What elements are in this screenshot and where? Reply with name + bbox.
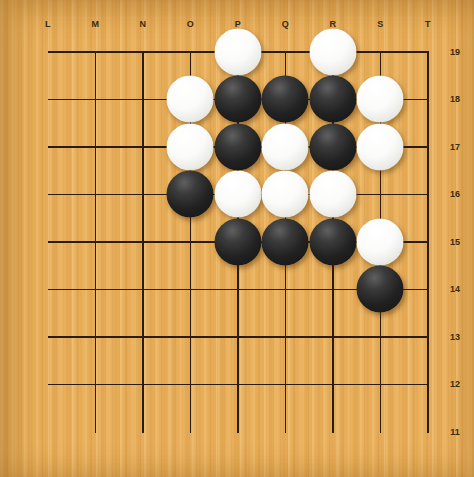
grid-line-horizontal [285, 51, 309, 53]
stone-white-S17 [357, 123, 404, 170]
intersection-P11[interactable] [214, 408, 262, 456]
grid-line-vertical [95, 408, 97, 433]
grid-line-horizontal [214, 384, 239, 386]
intersection-P15[interactable] [214, 218, 262, 266]
grid-line-vertical [427, 408, 429, 433]
row-label-15: 15 [445, 218, 465, 266]
grid-line-vertical [427, 242, 429, 266]
grid-line-horizontal [238, 384, 262, 386]
stone-white-O17 [167, 123, 214, 170]
grid-line-horizontal [214, 289, 239, 291]
grid-line-horizontal [119, 51, 144, 53]
grid-line-horizontal [238, 336, 262, 338]
grid-line-horizontal [143, 384, 167, 386]
intersection-N13[interactable] [119, 313, 167, 361]
grid-line-horizontal [404, 194, 429, 196]
intersection-Q13[interactable] [262, 313, 310, 361]
grid-line-vertical [142, 52, 144, 76]
grid-line-vertical [190, 384, 192, 408]
grid-line-horizontal [95, 99, 119, 101]
grid-line-horizontal [72, 384, 97, 386]
grid-line-vertical [285, 384, 287, 408]
intersection-L17[interactable] [24, 123, 72, 171]
grid-line-horizontal [190, 336, 214, 338]
intersection-S11[interactable] [357, 408, 405, 456]
grid-line-vertical [237, 408, 239, 433]
grid-line-horizontal [119, 289, 144, 291]
go-board[interactable] [24, 28, 452, 456]
stone-black-S14 [357, 266, 404, 313]
stone-black-P15 [214, 218, 261, 265]
grid-line-vertical [190, 361, 192, 386]
grid-line-vertical [142, 313, 144, 338]
grid-line-vertical [285, 266, 287, 291]
grid-line-vertical [142, 147, 144, 171]
grid-line-vertical [427, 266, 429, 291]
grid-line-horizontal [333, 384, 357, 386]
grid-line-horizontal [119, 384, 144, 386]
row-label-11: 11 [445, 408, 465, 456]
grid-line-vertical [427, 384, 429, 408]
intersection-M17[interactable] [72, 123, 120, 171]
grid-line-horizontal [143, 194, 167, 196]
grid-line-horizontal [72, 241, 97, 243]
intersection-O14[interactable] [167, 266, 215, 314]
grid-line-vertical [427, 361, 429, 386]
grid-line-vertical [95, 337, 97, 361]
grid-line-vertical [427, 194, 429, 218]
intersection-Q19[interactable] [262, 28, 310, 76]
grid-line-horizontal [333, 289, 357, 291]
grid-line-vertical [237, 361, 239, 386]
grid-line-horizontal [190, 51, 214, 53]
grid-line-vertical [95, 76, 97, 101]
intersection-P18[interactable] [214, 76, 262, 124]
col-label-M: M [72, 19, 120, 30]
grid-line-vertical [190, 337, 192, 361]
stone-white-Q16 [262, 171, 309, 218]
grid-line-vertical [95, 289, 97, 313]
row-label-18: 18 [445, 76, 465, 124]
grid-line-horizontal [167, 384, 192, 386]
grid-line-vertical [380, 361, 382, 386]
grid-line-horizontal [404, 336, 429, 338]
grid-line-horizontal [72, 194, 97, 196]
intersection-N17[interactable] [119, 123, 167, 171]
intersection-L15[interactable] [24, 218, 72, 266]
grid-line-vertical [285, 408, 287, 433]
intersection-R13[interactable] [309, 313, 357, 361]
grid-line-horizontal [262, 289, 287, 291]
intersection-L16[interactable] [24, 171, 72, 219]
grid-line-vertical [285, 52, 287, 76]
grid-line-vertical [380, 313, 382, 338]
grid-line-vertical [237, 337, 239, 361]
grid-line-vertical [427, 99, 429, 123]
grid-line-horizontal [404, 289, 429, 291]
stone-white-P19 [214, 28, 261, 75]
intersection-S14[interactable] [357, 266, 405, 314]
stone-black-R18 [309, 76, 356, 123]
grid-line-vertical [332, 313, 334, 338]
intersection-P14[interactable] [214, 266, 262, 314]
grid-line-vertical [142, 337, 144, 361]
grid-line-vertical [142, 123, 144, 148]
grid-line-vertical [427, 52, 429, 76]
grid-line-vertical [190, 289, 192, 313]
grid-line-horizontal [48, 241, 72, 243]
intersection-Q15[interactable] [262, 218, 310, 266]
grid-line-horizontal [48, 99, 72, 101]
grid-line-horizontal [119, 146, 144, 148]
intersection-S15[interactable] [357, 218, 405, 266]
grid-line-vertical [142, 408, 144, 433]
stone-black-O16 [167, 171, 214, 218]
grid-line-horizontal [357, 194, 382, 196]
intersection-Q18[interactable] [262, 76, 310, 124]
grid-line-horizontal [143, 146, 167, 148]
grid-line-vertical [95, 266, 97, 291]
grid-line-horizontal [214, 336, 239, 338]
grid-line-horizontal [95, 289, 119, 291]
grid-line-vertical [142, 171, 144, 196]
intersection-P17[interactable] [214, 123, 262, 171]
intersection-O18[interactable] [167, 76, 215, 124]
intersection-P19[interactable] [214, 28, 262, 76]
grid-line-horizontal [119, 241, 144, 243]
intersection-Q17[interactable] [262, 123, 310, 171]
intersection-R12[interactable] [309, 361, 357, 409]
grid-line-horizontal [72, 51, 97, 53]
grid-line-vertical [285, 337, 287, 361]
grid-line-horizontal [143, 336, 167, 338]
intersection-N12[interactable] [119, 361, 167, 409]
intersection-L13[interactable] [24, 313, 72, 361]
grid-line-horizontal [48, 336, 72, 338]
grid-line-vertical [190, 52, 192, 76]
grid-line-horizontal [95, 194, 119, 196]
grid-line-horizontal [167, 289, 192, 291]
grid-line-vertical [380, 408, 382, 433]
grid-line-vertical [285, 289, 287, 313]
grid-line-horizontal [357, 336, 382, 338]
grid-line-vertical [380, 171, 382, 196]
grid-line-horizontal [190, 289, 214, 291]
intersection-N14[interactable] [119, 266, 167, 314]
intersection-R17[interactable] [309, 123, 357, 171]
grid-line-vertical [142, 361, 144, 386]
grid-line-vertical [95, 218, 97, 243]
stone-white-O18 [167, 76, 214, 123]
grid-line-horizontal [95, 241, 119, 243]
grid-line-horizontal [48, 384, 72, 386]
intersection-M15[interactable] [72, 218, 120, 266]
grid-line-horizontal [190, 384, 214, 386]
grid-line-vertical [285, 313, 287, 338]
grid-line-vertical [427, 218, 429, 243]
grid-line-vertical [332, 408, 334, 433]
grid-line-vertical [427, 313, 429, 338]
row-labels: 191817161514131211 [445, 28, 465, 456]
grid-line-horizontal [262, 336, 287, 338]
grid-line-horizontal [357, 51, 382, 53]
grid-line-vertical [427, 289, 429, 313]
grid-line-horizontal [404, 241, 429, 243]
intersection-S18[interactable] [357, 76, 405, 124]
row-label-12: 12 [445, 361, 465, 409]
grid-line-horizontal [143, 289, 167, 291]
intersection-M18[interactable] [72, 76, 120, 124]
grid-line-vertical [427, 76, 429, 101]
intersection-L14[interactable] [24, 266, 72, 314]
intersection-M14[interactable] [72, 266, 120, 314]
intersection-N18[interactable] [119, 76, 167, 124]
grid-line-vertical [95, 384, 97, 408]
intersection-S17[interactable] [357, 123, 405, 171]
intersection-O13[interactable] [167, 313, 215, 361]
intersection-L12[interactable] [24, 361, 72, 409]
grid-line-horizontal [190, 241, 214, 243]
intersection-S16[interactable] [357, 171, 405, 219]
stone-black-Q18 [262, 76, 309, 123]
grid-line-horizontal [119, 99, 144, 101]
grid-line-vertical [142, 218, 144, 243]
grid-line-horizontal [143, 51, 167, 53]
intersection-Q12[interactable] [262, 361, 310, 409]
stone-white-S18 [357, 76, 404, 123]
grid-line-horizontal [48, 51, 72, 53]
intersection-M11[interactable] [72, 408, 120, 456]
grid-line-horizontal [404, 146, 429, 148]
grid-line-horizontal [262, 384, 287, 386]
grid-line-horizontal [72, 289, 97, 291]
grid-line-vertical [332, 289, 334, 313]
grid-line-horizontal [167, 241, 192, 243]
grid-line-horizontal [404, 99, 429, 101]
grid-line-horizontal [167, 51, 192, 53]
grid-line-vertical [142, 76, 144, 101]
grid-line-vertical [95, 123, 97, 148]
grid-line-vertical [332, 337, 334, 361]
grid-line-horizontal [167, 336, 192, 338]
intersection-O12[interactable] [167, 361, 215, 409]
grid-line-horizontal [333, 336, 357, 338]
grid-line-vertical [95, 147, 97, 171]
grid-line-horizontal [380, 51, 404, 53]
intersection-L11[interactable] [24, 408, 72, 456]
grid-line-vertical [285, 361, 287, 386]
intersection-R11[interactable] [309, 408, 357, 456]
grid-line-vertical [190, 313, 192, 338]
grid-line-horizontal [48, 289, 72, 291]
grid-line-horizontal [285, 336, 309, 338]
col-label-O: O [167, 19, 215, 30]
stone-black-P18 [214, 76, 261, 123]
grid-line-vertical [190, 242, 192, 266]
intersection-Q14[interactable] [262, 266, 310, 314]
intersection-O15[interactable] [167, 218, 215, 266]
col-label-N: N [119, 19, 167, 30]
grid-line-vertical [237, 384, 239, 408]
grid-line-horizontal [309, 289, 334, 291]
intersection-S19[interactable] [357, 28, 405, 76]
grid-line-horizontal [95, 146, 119, 148]
go-board-background: LMNOPQRST 191817161514131211 [0, 0, 474, 477]
grid-line-horizontal [72, 146, 97, 148]
stone-white-P16 [214, 171, 261, 218]
grid-line-vertical [142, 289, 144, 313]
grid-line-horizontal [309, 384, 334, 386]
intersection-R19[interactable] [309, 28, 357, 76]
grid-line-horizontal [119, 194, 144, 196]
grid-line-vertical [95, 361, 97, 386]
intersection-N15[interactable] [119, 218, 167, 266]
intersection-M16[interactable] [72, 171, 120, 219]
stone-white-Q17 [262, 123, 309, 170]
intersection-O17[interactable] [167, 123, 215, 171]
intersection-R14[interactable] [309, 266, 357, 314]
stone-white-R19 [309, 28, 356, 75]
intersection-O11[interactable] [167, 408, 215, 456]
grid-line-vertical [427, 171, 429, 196]
col-label-S: S [357, 19, 405, 30]
grid-line-vertical [332, 384, 334, 408]
intersection-M19[interactable] [72, 28, 120, 76]
grid-line-vertical [142, 242, 144, 266]
intersection-Q11[interactable] [262, 408, 310, 456]
grid-line-vertical [95, 242, 97, 266]
grid-line-vertical [95, 52, 97, 76]
grid-line-vertical [332, 361, 334, 386]
intersection-L18[interactable] [24, 76, 72, 124]
intersection-R16[interactable] [309, 171, 357, 219]
row-label-13: 13 [445, 313, 465, 361]
intersection-Q16[interactable] [262, 171, 310, 219]
grid-line-horizontal [119, 336, 144, 338]
row-label-19: 19 [445, 28, 465, 76]
grid-line-vertical [190, 218, 192, 243]
grid-line-horizontal [285, 289, 309, 291]
grid-line-horizontal [95, 384, 119, 386]
grid-line-horizontal [143, 241, 167, 243]
grid-line-horizontal [357, 384, 382, 386]
grid-line-horizontal [48, 146, 72, 148]
grid-line-vertical [95, 171, 97, 196]
col-label-Q: Q [262, 19, 310, 30]
stone-black-R17 [309, 123, 356, 170]
intersection-P12[interactable] [214, 361, 262, 409]
grid-line-horizontal [309, 336, 334, 338]
intersection-M12[interactable] [72, 361, 120, 409]
intersection-O16[interactable] [167, 171, 215, 219]
grid-line-horizontal [404, 51, 429, 53]
row-label-14: 14 [445, 266, 465, 314]
grid-line-vertical [142, 194, 144, 218]
grid-line-vertical [237, 289, 239, 313]
grid-line-vertical [380, 337, 382, 361]
grid-line-horizontal [95, 51, 119, 53]
grid-line-vertical [427, 337, 429, 361]
grid-line-vertical [142, 384, 144, 408]
intersection-P13[interactable] [214, 313, 262, 361]
intersection-R15[interactable] [309, 218, 357, 266]
grid-line-vertical [142, 99, 144, 123]
grid-line-horizontal [238, 289, 262, 291]
intersection-N11[interactable] [119, 408, 167, 456]
intersection-L19[interactable] [24, 28, 72, 76]
grid-line-vertical [95, 99, 97, 123]
grid-line-horizontal [72, 99, 97, 101]
grid-line-vertical [427, 147, 429, 171]
grid-line-horizontal [143, 99, 167, 101]
stone-black-P17 [214, 123, 261, 170]
grid-line-horizontal [380, 336, 404, 338]
grid-line-vertical [190, 408, 192, 433]
row-label-16: 16 [445, 171, 465, 219]
intersection-S13[interactable] [357, 313, 405, 361]
intersection-N16[interactable] [119, 171, 167, 219]
grid-line-vertical [380, 194, 382, 218]
grid-line-vertical [380, 52, 382, 76]
grid-line-horizontal [380, 194, 404, 196]
stone-black-Q15 [262, 218, 309, 265]
grid-line-horizontal [95, 336, 119, 338]
stone-white-R16 [309, 171, 356, 218]
col-label-L: L [24, 19, 72, 30]
grid-line-horizontal [262, 51, 287, 53]
grid-line-horizontal [404, 384, 429, 386]
stone-white-S15 [357, 218, 404, 265]
intersection-M13[interactable] [72, 313, 120, 361]
grid-line-horizontal [48, 194, 72, 196]
intersection-N19[interactable] [119, 28, 167, 76]
grid-line-vertical [190, 266, 192, 291]
stone-black-R15 [309, 218, 356, 265]
grid-line-vertical [332, 266, 334, 291]
intersection-O19[interactable] [167, 28, 215, 76]
grid-line-vertical [237, 266, 239, 291]
intersection-R18[interactable] [309, 76, 357, 124]
intersection-S12[interactable] [357, 361, 405, 409]
grid-line-vertical [95, 194, 97, 218]
grid-line-horizontal [72, 336, 97, 338]
grid-line-vertical [427, 123, 429, 148]
grid-line-horizontal [380, 384, 404, 386]
row-label-17: 17 [445, 123, 465, 171]
grid-line-vertical [380, 384, 382, 408]
grid-line-vertical [142, 266, 144, 291]
grid-line-vertical [237, 313, 239, 338]
grid-line-horizontal [285, 384, 309, 386]
intersection-P16[interactable] [214, 171, 262, 219]
grid-line-vertical [95, 313, 97, 338]
